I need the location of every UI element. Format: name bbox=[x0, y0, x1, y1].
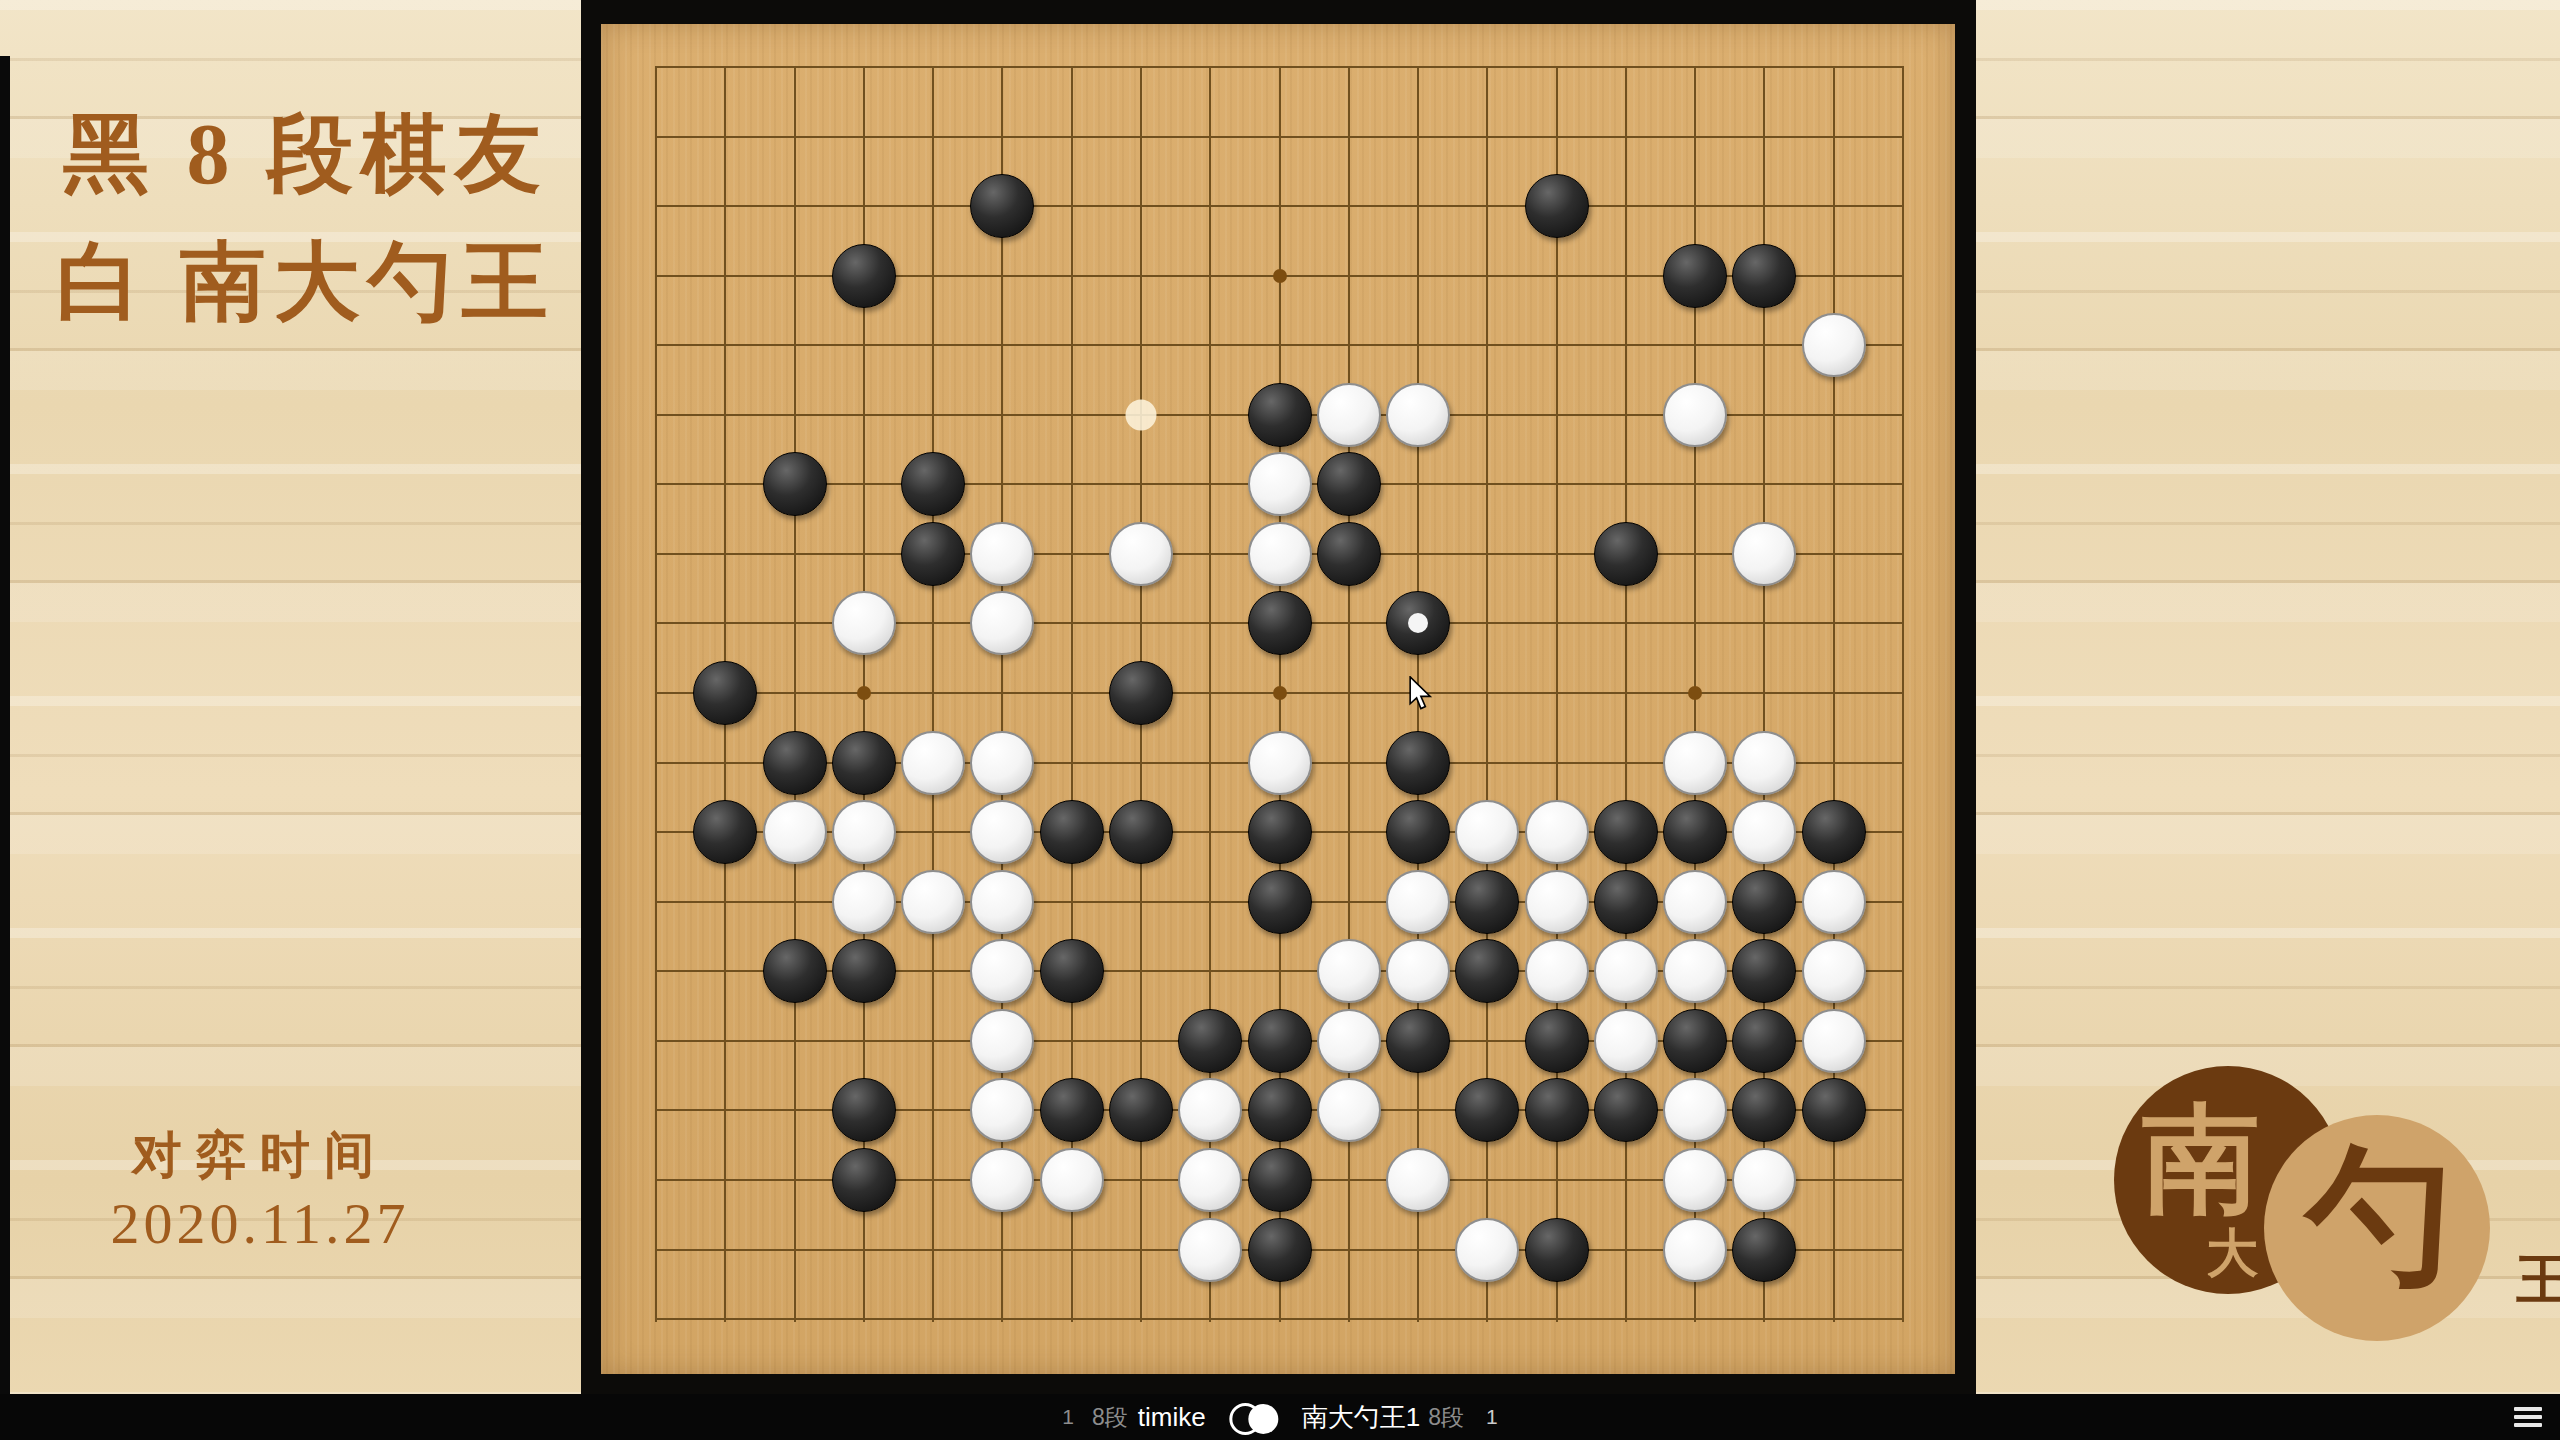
black-stone[interactable] bbox=[1317, 522, 1381, 586]
white-stone[interactable] bbox=[1802, 313, 1866, 377]
go-board[interactable] bbox=[601, 24, 1955, 1374]
star-point bbox=[1273, 269, 1287, 283]
black-stone[interactable] bbox=[1663, 244, 1727, 308]
logo-char-nan: 南 bbox=[2142, 1102, 2260, 1220]
black-stone[interactable] bbox=[901, 522, 965, 586]
black-stone[interactable] bbox=[1040, 1078, 1104, 1142]
white-stone[interactable] bbox=[970, 731, 1034, 795]
star-point bbox=[857, 686, 871, 700]
white-stone[interactable] bbox=[1386, 383, 1450, 447]
white-stone[interactable] bbox=[1732, 800, 1796, 864]
black-stone[interactable] bbox=[1594, 522, 1658, 586]
white-stone[interactable] bbox=[1248, 731, 1312, 795]
ghost-stone bbox=[1125, 399, 1156, 430]
white-stone[interactable] bbox=[1663, 1078, 1727, 1142]
black-stone[interactable] bbox=[1386, 1009, 1450, 1073]
black-stone[interactable] bbox=[1248, 383, 1312, 447]
white-stone[interactable] bbox=[1732, 1148, 1796, 1212]
black-stone[interactable] bbox=[1525, 1078, 1589, 1142]
star-point bbox=[1688, 686, 1702, 700]
black-stone[interactable] bbox=[832, 939, 896, 1003]
black-stone[interactable] bbox=[1178, 1009, 1242, 1073]
black-stone[interactable] bbox=[1386, 731, 1450, 795]
white-stone[interactable] bbox=[1732, 731, 1796, 795]
black-stone[interactable] bbox=[1317, 452, 1381, 516]
black-stone[interactable] bbox=[1386, 591, 1450, 655]
white-stone[interactable] bbox=[970, 591, 1034, 655]
black-stone[interactable] bbox=[1248, 1148, 1312, 1212]
white-stone[interactable] bbox=[901, 870, 965, 934]
black-stone[interactable] bbox=[832, 1078, 896, 1142]
black-stone[interactable] bbox=[1109, 800, 1173, 864]
white-stone[interactable] bbox=[1663, 383, 1727, 447]
black-stone[interactable] bbox=[1732, 1078, 1796, 1142]
black-stone[interactable] bbox=[1594, 800, 1658, 864]
black-player-caption: 黑 8 段棋友 bbox=[36, 96, 576, 213]
white-rank: 8段 bbox=[1428, 1402, 1464, 1433]
white-stone[interactable] bbox=[1386, 939, 1450, 1003]
white-stone[interactable] bbox=[1455, 1218, 1519, 1282]
white-stone[interactable] bbox=[1455, 800, 1519, 864]
white-stone[interactable] bbox=[1317, 1009, 1381, 1073]
white-stone[interactable] bbox=[832, 591, 896, 655]
white-stone[interactable] bbox=[1663, 870, 1727, 934]
white-stone[interactable] bbox=[1802, 870, 1866, 934]
black-stone[interactable] bbox=[1525, 1009, 1589, 1073]
white-player-caption: 白 南大勺王 bbox=[36, 224, 576, 341]
white-stone[interactable] bbox=[1663, 939, 1727, 1003]
black-stone[interactable] bbox=[1455, 1078, 1519, 1142]
white-stone[interactable] bbox=[1594, 1009, 1658, 1073]
white-capture-count: 1 bbox=[1486, 1405, 1498, 1429]
black-rank: 8段 bbox=[1092, 1402, 1128, 1433]
black-stone[interactable] bbox=[1109, 1078, 1173, 1142]
black-stone[interactable] bbox=[1732, 244, 1796, 308]
game-time-label: 对弈时间 bbox=[60, 1122, 460, 1189]
white-stone[interactable] bbox=[970, 522, 1034, 586]
white-stone[interactable] bbox=[970, 1078, 1034, 1142]
logo-char-wang: 王 bbox=[2516, 1253, 2560, 1307]
menu-icon[interactable] bbox=[2514, 1407, 2542, 1427]
black-stone[interactable] bbox=[1802, 1078, 1866, 1142]
white-stone[interactable] bbox=[970, 800, 1034, 864]
white-stone[interactable] bbox=[1248, 522, 1312, 586]
last-move-marker bbox=[1408, 613, 1428, 633]
black-stone[interactable] bbox=[1802, 800, 1866, 864]
bottom-status-bar: 1 8段 timike 南大勺王1 8段 1 bbox=[0, 1394, 2560, 1440]
star-point bbox=[1273, 686, 1287, 700]
match-info: 1 8段 timike 南大勺王1 8段 1 bbox=[1062, 1394, 1497, 1440]
black-stone[interactable] bbox=[1040, 939, 1104, 1003]
black-stone[interactable] bbox=[763, 939, 827, 1003]
black-stone[interactable] bbox=[832, 1148, 896, 1212]
black-stone[interactable] bbox=[1732, 1009, 1796, 1073]
black-player-name: timike bbox=[1138, 1402, 1206, 1433]
go-game-screen: { "game": "go", "board_size": 19, "posit… bbox=[0, 0, 2560, 1440]
logo-char-da: 大 bbox=[2206, 1228, 2258, 1280]
black-stone[interactable] bbox=[1248, 591, 1312, 655]
white-stone[interactable] bbox=[1040, 1148, 1104, 1212]
white-stone[interactable] bbox=[1386, 1148, 1450, 1212]
white-stone[interactable] bbox=[1317, 939, 1381, 1003]
white-stone[interactable] bbox=[1663, 731, 1727, 795]
white-stone[interactable] bbox=[1663, 1148, 1727, 1212]
white-stone[interactable] bbox=[832, 870, 896, 934]
white-stone[interactable] bbox=[1178, 1078, 1242, 1142]
white-player-name: 南大勺王1 bbox=[1302, 1400, 1420, 1435]
white-stone[interactable] bbox=[1525, 939, 1589, 1003]
black-stone[interactable] bbox=[1525, 174, 1589, 238]
black-stone[interactable] bbox=[1732, 939, 1796, 1003]
black-stone[interactable] bbox=[1594, 870, 1658, 934]
white-stone[interactable] bbox=[832, 800, 896, 864]
black-stone[interactable] bbox=[1248, 1078, 1312, 1142]
white-stone[interactable] bbox=[970, 870, 1034, 934]
black-stone[interactable] bbox=[1455, 870, 1519, 934]
black-stone[interactable] bbox=[1248, 870, 1312, 934]
white-stone[interactable] bbox=[763, 800, 827, 864]
screen-edge-strip bbox=[0, 56, 10, 1394]
black-stone[interactable] bbox=[1663, 1009, 1727, 1073]
game-date: 2020.11.27 bbox=[60, 1190, 460, 1257]
black-stone[interactable] bbox=[1732, 870, 1796, 934]
black-capture-count: 1 bbox=[1062, 1405, 1074, 1429]
black-stone[interactable] bbox=[1248, 1009, 1312, 1073]
white-stone[interactable] bbox=[1525, 870, 1589, 934]
black-stone[interactable] bbox=[1386, 800, 1450, 864]
black-stone[interactable] bbox=[1455, 939, 1519, 1003]
white-stone[interactable] bbox=[1802, 1009, 1866, 1073]
white-stone[interactable] bbox=[1317, 383, 1381, 447]
black-stone[interactable] bbox=[970, 174, 1034, 238]
black-stone[interactable] bbox=[763, 731, 827, 795]
app-logo: 南 大 勺 王 bbox=[2110, 1062, 2494, 1394]
white-stone[interactable] bbox=[970, 939, 1034, 1003]
board-grid[interactable] bbox=[655, 66, 1904, 1322]
white-stone[interactable] bbox=[970, 1148, 1034, 1212]
board-frame bbox=[581, 0, 1976, 1394]
black-stone[interactable] bbox=[1248, 1218, 1312, 1282]
black-stone[interactable] bbox=[1525, 1218, 1589, 1282]
logo-tan-circle: 勺 王 bbox=[2264, 1115, 2490, 1341]
white-stone[interactable] bbox=[1594, 939, 1658, 1003]
white-stone[interactable] bbox=[1109, 522, 1173, 586]
logo-char-shao: 勺 bbox=[2306, 1141, 2456, 1291]
black-stone[interactable] bbox=[693, 800, 757, 864]
white-stone[interactable] bbox=[1317, 1078, 1381, 1142]
mouse-cursor bbox=[1406, 676, 1434, 714]
white-stone[interactable] bbox=[1732, 522, 1796, 586]
white-stone[interactable] bbox=[1248, 452, 1312, 516]
black-stone[interactable] bbox=[1732, 1218, 1796, 1282]
white-stone[interactable] bbox=[1525, 800, 1589, 864]
white-stone[interactable] bbox=[901, 731, 965, 795]
black-stone[interactable] bbox=[1109, 661, 1173, 725]
black-stone[interactable] bbox=[1663, 800, 1727, 864]
white-stone[interactable] bbox=[1663, 1218, 1727, 1282]
black-stone[interactable] bbox=[901, 452, 965, 516]
white-stone[interactable] bbox=[1386, 870, 1450, 934]
white-stone-icon bbox=[1249, 1404, 1279, 1434]
black-stone[interactable] bbox=[1248, 800, 1312, 864]
black-white-stones-icon bbox=[1230, 1402, 1278, 1432]
black-stone[interactable] bbox=[693, 661, 757, 725]
black-stone[interactable] bbox=[832, 731, 896, 795]
white-stone[interactable] bbox=[1802, 939, 1866, 1003]
black-stone[interactable] bbox=[1040, 800, 1104, 864]
white-stone[interactable] bbox=[1178, 1218, 1242, 1282]
black-stone[interactable] bbox=[763, 452, 827, 516]
white-stone[interactable] bbox=[1178, 1148, 1242, 1212]
black-stone[interactable] bbox=[1594, 1078, 1658, 1142]
black-stone[interactable] bbox=[832, 244, 896, 308]
white-stone[interactable] bbox=[970, 1009, 1034, 1073]
